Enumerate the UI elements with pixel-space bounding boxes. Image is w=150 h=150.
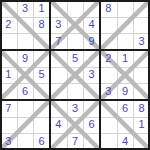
- cell-r7c9[interactable]: 8: [133, 100, 150, 117]
- cell-r6c4[interactable]: [50, 83, 67, 100]
- cell-r8c1[interactable]: [0, 117, 17, 134]
- cell-r9c7[interactable]: [100, 133, 117, 150]
- cell-r8c3[interactable]: [33, 117, 50, 134]
- cell-r1c8[interactable]: [117, 0, 134, 17]
- cell-r3c6[interactable]: 9: [83, 33, 100, 50]
- cell-r5c5[interactable]: [67, 67, 84, 84]
- cell-r4c2[interactable]: 9: [17, 50, 34, 67]
- cell-r8c8[interactable]: [117, 117, 134, 134]
- cell-r6c9[interactable]: [133, 83, 150, 100]
- cell-r9c1[interactable]: 3: [0, 133, 17, 150]
- cell-r6c8[interactable]: 9: [117, 83, 134, 100]
- cell-r1c5[interactable]: [67, 0, 84, 17]
- cell-r2c4[interactable]: 3: [50, 17, 67, 34]
- cell-r7c8[interactable]: 6: [117, 100, 134, 117]
- cell-r8c7[interactable]: [100, 117, 117, 134]
- cell-r2c1[interactable]: 2: [0, 17, 17, 34]
- cell-r3c1[interactable]: [0, 33, 17, 50]
- cell-r7c4[interactable]: [50, 100, 67, 117]
- cell-r2c3[interactable]: 8: [33, 17, 50, 34]
- cell-r5c9[interactable]: [133, 67, 150, 84]
- cell-r1c7[interactable]: 8: [100, 0, 117, 17]
- cell-r9c9[interactable]: [133, 133, 150, 150]
- cell-r6c3[interactable]: [33, 83, 50, 100]
- cell-r4c3[interactable]: [33, 50, 50, 67]
- cell-r5c7[interactable]: [100, 67, 117, 84]
- cell-r4c7[interactable]: 2: [100, 50, 117, 67]
- cell-r5c1[interactable]: 1: [0, 67, 17, 84]
- sudoku-grid: 3182834793952115363973684613674: [0, 0, 150, 150]
- cell-r1c3[interactable]: 1: [33, 0, 50, 17]
- cell-r7c7[interactable]: [100, 100, 117, 117]
- cell-r4c9[interactable]: [133, 50, 150, 67]
- cell-r4c5[interactable]: 5: [67, 50, 84, 67]
- cell-r6c6[interactable]: [83, 83, 100, 100]
- cell-r3c5[interactable]: [67, 33, 84, 50]
- cell-r5c8[interactable]: [117, 67, 134, 84]
- cell-r3c7[interactable]: [100, 33, 117, 50]
- cell-r8c2[interactable]: [17, 117, 34, 134]
- cell-r6c5[interactable]: [67, 83, 84, 100]
- cell-r1c4[interactable]: [50, 0, 67, 17]
- cell-r9c3[interactable]: 6: [33, 133, 50, 150]
- cell-r3c2[interactable]: [17, 33, 34, 50]
- cell-r5c4[interactable]: [50, 67, 67, 84]
- cell-r7c2[interactable]: [17, 100, 34, 117]
- cell-r2c2[interactable]: [17, 17, 34, 34]
- cell-r3c3[interactable]: [33, 33, 50, 50]
- cell-r1c6[interactable]: [83, 0, 100, 17]
- cell-r7c1[interactable]: 7: [0, 100, 17, 117]
- cell-r3c9[interactable]: 3: [133, 33, 150, 50]
- cell-r2c6[interactable]: 4: [83, 17, 100, 34]
- cell-r3c8[interactable]: [117, 33, 134, 50]
- cell-r6c7[interactable]: 3: [100, 83, 117, 100]
- cell-r8c5[interactable]: [67, 117, 84, 134]
- cell-r7c3[interactable]: [33, 100, 50, 117]
- cell-r9c6[interactable]: [83, 133, 100, 150]
- cell-r2c9[interactable]: [133, 17, 150, 34]
- cell-r7c5[interactable]: 3: [67, 100, 84, 117]
- cell-r7c6[interactable]: [83, 100, 100, 117]
- cell-r6c1[interactable]: [0, 83, 17, 100]
- cell-r5c3[interactable]: 5: [33, 67, 50, 84]
- cell-r5c2[interactable]: [17, 67, 34, 84]
- cell-r6c2[interactable]: 6: [17, 83, 34, 100]
- cell-r2c7[interactable]: [100, 17, 117, 34]
- cell-r8c4[interactable]: 4: [50, 117, 67, 134]
- cell-r4c8[interactable]: 1: [117, 50, 134, 67]
- cell-r1c9[interactable]: [133, 0, 150, 17]
- cell-r5c6[interactable]: 3: [83, 67, 100, 84]
- cell-r9c2[interactable]: [17, 133, 34, 150]
- sudoku-board: 3182834793952115363973684613674: [0, 0, 150, 150]
- cell-r1c2[interactable]: 3: [17, 0, 34, 17]
- cell-r4c1[interactable]: [0, 50, 17, 67]
- cell-r1c1[interactable]: [0, 0, 17, 17]
- cell-r4c6[interactable]: [83, 50, 100, 67]
- cell-r8c9[interactable]: 1: [133, 117, 150, 134]
- cell-r9c4[interactable]: [50, 133, 67, 150]
- cell-r2c5[interactable]: [67, 17, 84, 34]
- cell-r3c4[interactable]: 7: [50, 33, 67, 50]
- cell-r9c8[interactable]: 4: [117, 133, 134, 150]
- cell-r8c6[interactable]: 6: [83, 117, 100, 134]
- cell-r2c8[interactable]: [117, 17, 134, 34]
- cell-r9c5[interactable]: 7: [67, 133, 84, 150]
- cell-r4c4[interactable]: [50, 50, 67, 67]
